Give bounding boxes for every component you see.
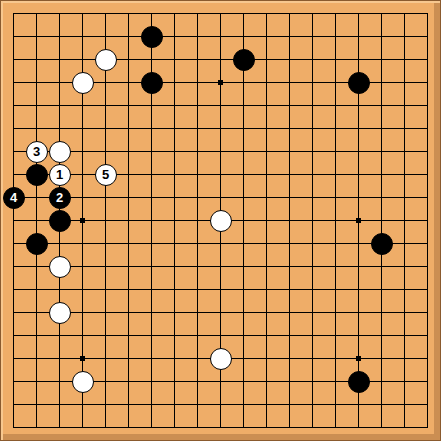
board-point[interactable]: [370, 232, 393, 255]
board-point[interactable]: 4: [2, 186, 25, 209]
board-point[interactable]: [347, 71, 370, 94]
star-point: [356, 218, 361, 223]
board-point[interactable]: [140, 71, 163, 94]
black-stone-move-4[interactable]: 4: [3, 187, 25, 209]
black-stone[interactable]: [26, 164, 48, 186]
white-stone-move-1[interactable]: 1: [49, 164, 71, 186]
white-stone[interactable]: [72, 371, 94, 393]
black-stone[interactable]: [233, 49, 255, 71]
star-point: [356, 356, 361, 361]
black-stone[interactable]: [371, 233, 393, 255]
white-stone[interactable]: [72, 72, 94, 94]
star-point: [80, 356, 85, 361]
white-stone-move-3[interactable]: 3: [26, 141, 48, 163]
black-stone[interactable]: [141, 26, 163, 48]
black-stone[interactable]: [49, 210, 71, 232]
board-point[interactable]: 1: [48, 163, 71, 186]
board-point[interactable]: [71, 71, 94, 94]
white-stone[interactable]: [49, 302, 71, 324]
board-point[interactable]: [94, 48, 117, 71]
white-stone[interactable]: [49, 256, 71, 278]
black-stone[interactable]: [26, 233, 48, 255]
board-point[interactable]: [209, 209, 232, 232]
go-board[interactable]: 31542: [0, 0, 441, 441]
board-point[interactable]: [48, 301, 71, 324]
move-number: 4: [10, 191, 17, 204]
white-stone[interactable]: [95, 49, 117, 71]
white-stone[interactable]: [210, 210, 232, 232]
board-point[interactable]: 3: [25, 140, 48, 163]
board-point[interactable]: [48, 209, 71, 232]
move-number: 5: [102, 168, 109, 181]
board-point[interactable]: [232, 48, 255, 71]
board-point[interactable]: [48, 255, 71, 278]
board-point[interactable]: [71, 370, 94, 393]
board-point[interactable]: [25, 163, 48, 186]
star-point: [80, 218, 85, 223]
white-stone[interactable]: [49, 141, 71, 163]
white-stone[interactable]: [210, 348, 232, 370]
board-point[interactable]: [347, 370, 370, 393]
board-point[interactable]: 2: [48, 186, 71, 209]
move-number: 1: [56, 168, 63, 181]
star-point: [218, 80, 223, 85]
board-point[interactable]: [209, 347, 232, 370]
board-point[interactable]: 5: [94, 163, 117, 186]
black-stone-move-2[interactable]: 2: [49, 187, 71, 209]
board-point[interactable]: [25, 232, 48, 255]
black-stone[interactable]: [141, 72, 163, 94]
move-number: 2: [56, 191, 63, 204]
board-point[interactable]: [140, 25, 163, 48]
black-stone[interactable]: [348, 72, 370, 94]
board-grid[interactable]: 31542: [2, 2, 439, 439]
white-stone-move-5[interactable]: 5: [95, 164, 117, 186]
board-point[interactable]: [48, 140, 71, 163]
black-stone[interactable]: [348, 371, 370, 393]
move-number: 3: [33, 145, 40, 158]
